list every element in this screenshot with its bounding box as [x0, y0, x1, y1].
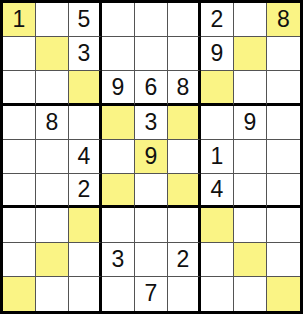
cell-r4c3[interactable] — [69, 106, 102, 140]
cell-r5c9[interactable] — [267, 140, 300, 174]
cell-r3c2[interactable] — [36, 71, 69, 105]
cell-r3c8[interactable] — [234, 71, 267, 105]
cell-r3c6[interactable]: 8 — [168, 71, 201, 105]
cell-r4c6[interactable] — [168, 106, 201, 140]
cell-r6c4[interactable] — [102, 174, 135, 208]
cell-r6c9[interactable] — [267, 174, 300, 208]
cell-r7c3[interactable] — [69, 208, 102, 242]
cell-r7c6[interactable] — [168, 208, 201, 242]
cell-r4c1[interactable] — [3, 106, 36, 140]
cell-r8c8[interactable] — [234, 243, 267, 277]
cell-r7c1[interactable] — [3, 208, 36, 242]
cell-r2c7[interactable]: 9 — [201, 37, 234, 71]
cell-r2c6[interactable] — [168, 37, 201, 71]
cell-r1c8[interactable] — [234, 3, 267, 37]
cell-r2c1[interactable] — [3, 37, 36, 71]
cell-r1c6[interactable] — [168, 3, 201, 37]
cell-r5c7[interactable]: 1 — [201, 140, 234, 174]
cell-r2c4[interactable] — [102, 37, 135, 71]
cell-r2c3[interactable]: 3 — [69, 37, 102, 71]
cell-r9c6[interactable] — [168, 277, 201, 311]
cell-r4c8[interactable]: 9 — [234, 106, 267, 140]
cell-r7c4[interactable] — [102, 208, 135, 242]
cell-r8c2[interactable] — [36, 243, 69, 277]
cell-r3c9[interactable] — [267, 71, 300, 105]
cell-r1c7[interactable]: 2 — [201, 3, 234, 37]
cell-r8c9[interactable] — [267, 243, 300, 277]
cell-r8c7[interactable] — [201, 243, 234, 277]
cell-r6c1[interactable] — [3, 174, 36, 208]
cell-r6c2[interactable] — [36, 174, 69, 208]
cell-r2c5[interactable] — [135, 37, 168, 71]
cell-r4c2[interactable]: 8 — [36, 106, 69, 140]
cell-r6c5[interactable] — [135, 174, 168, 208]
cell-r7c2[interactable] — [36, 208, 69, 242]
cell-r4c4[interactable] — [102, 106, 135, 140]
cell-r1c3[interactable]: 5 — [69, 3, 102, 37]
sudoku-board: 15283996883949124327 — [0, 0, 303, 314]
cell-r5c6[interactable] — [168, 140, 201, 174]
cell-r7c7[interactable] — [201, 208, 234, 242]
cell-r1c5[interactable] — [135, 3, 168, 37]
cell-r7c8[interactable] — [234, 208, 267, 242]
cell-r9c8[interactable] — [234, 277, 267, 311]
cell-r5c8[interactable] — [234, 140, 267, 174]
cell-r1c1[interactable]: 1 — [3, 3, 36, 37]
cell-r8c1[interactable] — [3, 243, 36, 277]
cell-r8c6[interactable]: 2 — [168, 243, 201, 277]
cell-r8c5[interactable] — [135, 243, 168, 277]
cell-r5c1[interactable] — [3, 140, 36, 174]
cell-r4c9[interactable] — [267, 106, 300, 140]
cell-r6c6[interactable] — [168, 174, 201, 208]
cell-r5c2[interactable] — [36, 140, 69, 174]
cell-r8c4[interactable]: 3 — [102, 243, 135, 277]
cell-r2c9[interactable] — [267, 37, 300, 71]
cell-r9c4[interactable] — [102, 277, 135, 311]
cell-r2c2[interactable] — [36, 37, 69, 71]
cell-r1c9[interactable]: 8 — [267, 3, 300, 37]
cell-r7c5[interactable] — [135, 208, 168, 242]
cell-r6c3[interactable]: 2 — [69, 174, 102, 208]
cell-r8c3[interactable] — [69, 243, 102, 277]
cell-r3c4[interactable]: 9 — [102, 71, 135, 105]
cell-r2c8[interactable] — [234, 37, 267, 71]
cell-r6c8[interactable] — [234, 174, 267, 208]
cell-r1c2[interactable] — [36, 3, 69, 37]
cell-r5c3[interactable]: 4 — [69, 140, 102, 174]
cell-r3c5[interactable]: 6 — [135, 71, 168, 105]
cell-r7c9[interactable] — [267, 208, 300, 242]
cell-r4c5[interactable]: 3 — [135, 106, 168, 140]
cell-r3c1[interactable] — [3, 71, 36, 105]
cell-r9c9[interactable] — [267, 277, 300, 311]
cell-r4c7[interactable] — [201, 106, 234, 140]
cell-r1c4[interactable] — [102, 3, 135, 37]
cell-r3c3[interactable] — [69, 71, 102, 105]
cell-r6c7[interactable]: 4 — [201, 174, 234, 208]
cell-r3c7[interactable] — [201, 71, 234, 105]
cell-r9c1[interactable] — [3, 277, 36, 311]
cell-r9c3[interactable] — [69, 277, 102, 311]
cell-r5c5[interactable]: 9 — [135, 140, 168, 174]
cell-r9c7[interactable] — [201, 277, 234, 311]
cell-r9c5[interactable]: 7 — [135, 277, 168, 311]
cell-r5c4[interactable] — [102, 140, 135, 174]
cell-r9c2[interactable] — [36, 277, 69, 311]
